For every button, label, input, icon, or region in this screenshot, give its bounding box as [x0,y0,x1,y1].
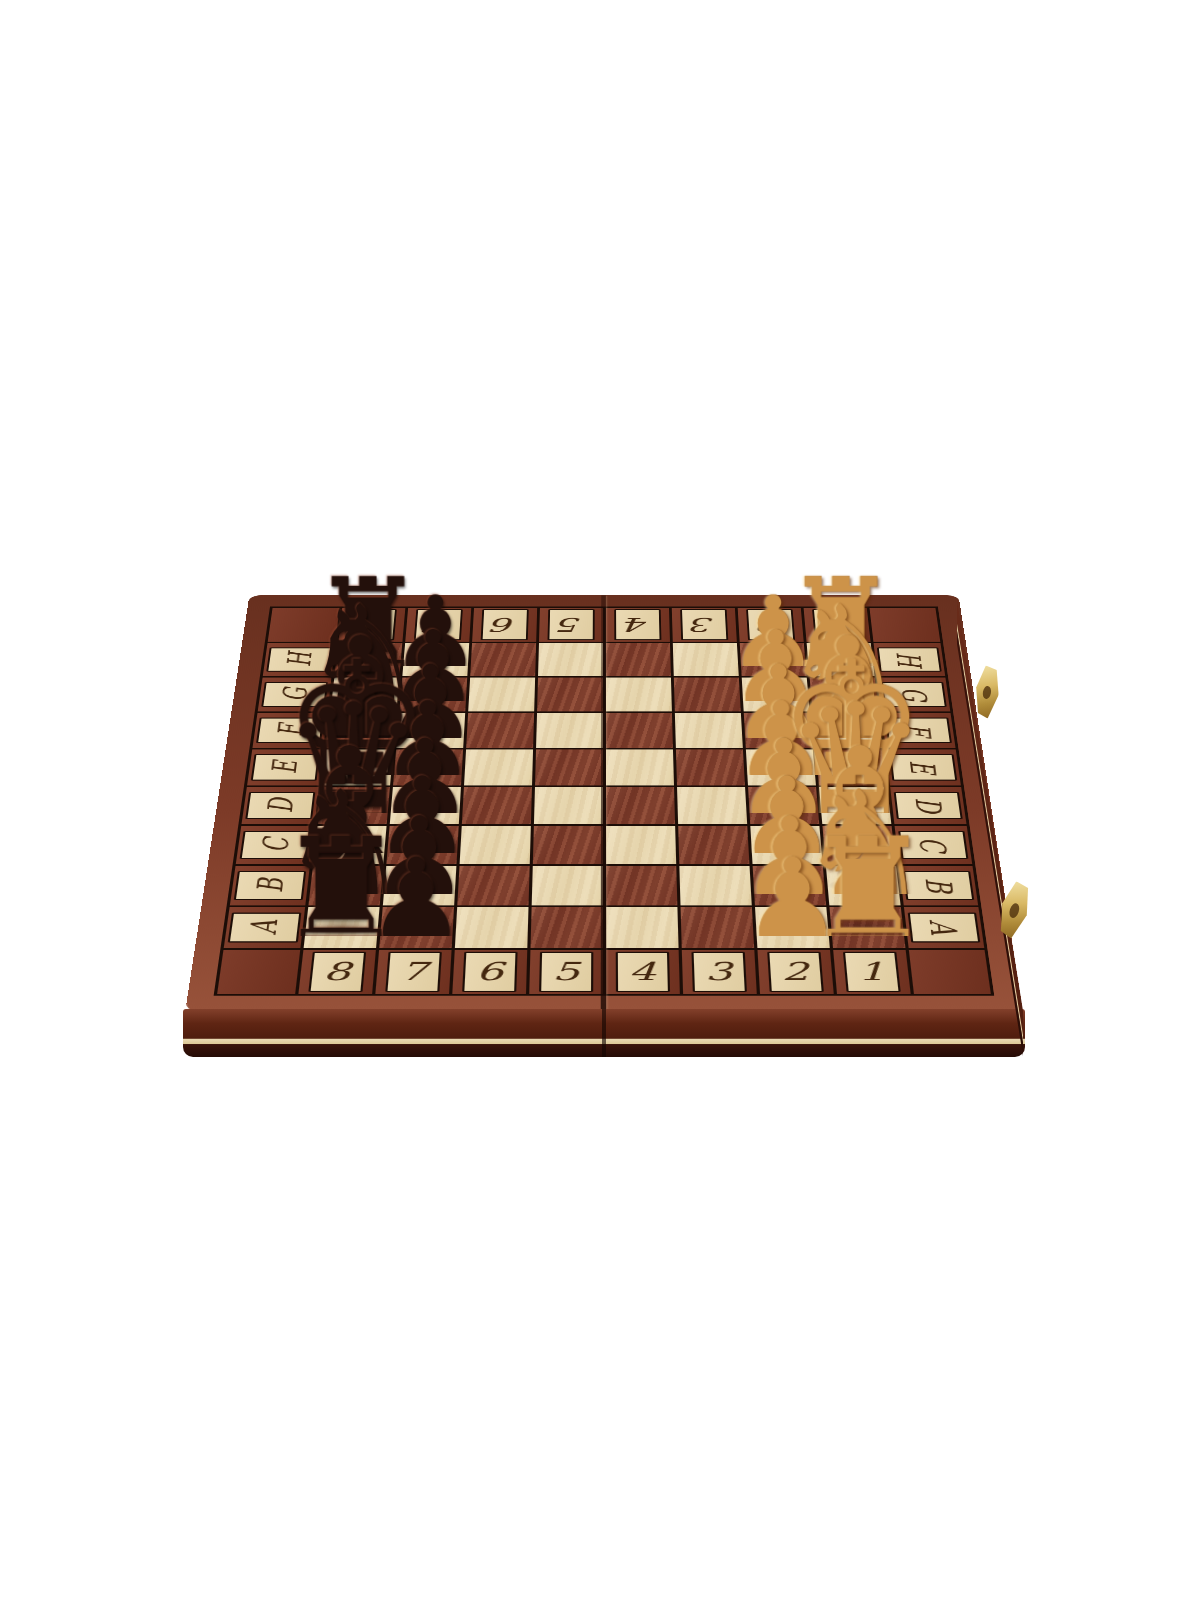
border-cell: D [242,787,319,824]
border-cell: 8 [338,608,405,642]
square-h6 [470,643,536,676]
file-label-glyph: D [262,798,298,813]
file-label-glyph: E [905,761,940,774]
file-label-right-b: B [902,871,974,900]
file-label-left-g: G [261,682,327,707]
square-d2 [748,787,819,824]
border-cell: F [253,713,327,748]
square-d6 [461,787,531,824]
border-cell: F [881,713,955,748]
rank-label-far-1: 1 [812,609,862,640]
square-f4 [605,713,672,748]
brass-clasp-upper [970,664,1005,720]
border-cell: 6 [472,608,537,642]
piece-shadow [808,653,872,666]
border-corner [217,950,300,994]
rank-label-near-1: 1 [842,951,900,992]
border-cell: 7 [405,608,471,642]
square-a3 [680,907,754,948]
border-cell: 8 [298,950,376,994]
square-a6 [454,907,528,948]
square-e6 [464,749,533,785]
square-f5 [536,713,603,748]
border-cell: 1 [833,950,911,994]
square-b5 [531,866,602,906]
border-corner [268,608,339,642]
file-label-right-d: D [893,792,963,819]
rank-label-far-3: 3 [680,609,728,640]
square-b4 [606,866,677,906]
square-e3 [675,749,744,785]
file-label-right-c: C [898,831,969,859]
file-label-glyph: H [892,652,926,666]
rank-label-glyph: 8 [322,959,352,984]
square-d7 [389,787,460,824]
rank-label-near-2: 2 [767,951,824,992]
file-label-right-e: E [889,754,957,780]
border-cell: B [230,866,309,906]
file-label-right-g: G [880,682,946,707]
file-label-glyph: E [267,761,302,774]
file-label-right-h: H [876,647,941,671]
file-label-glyph: D [910,798,946,813]
border-cell: G [877,677,950,711]
rank-label-glyph: 3 [691,615,716,634]
square-c5 [532,826,602,864]
file-label-left-h: H [266,647,331,671]
rank-label-glyph: 7 [399,959,428,984]
square-h4 [605,643,670,676]
square-h5 [538,643,603,676]
border-cell: 5 [539,608,603,642]
border-cell: 3 [681,950,756,994]
square-e4 [605,749,673,785]
piece-shadow [320,798,388,812]
file-label-left-d: D [245,792,315,819]
border-cell: 7 [375,950,451,994]
square-c4 [606,826,676,864]
rank-label-glyph: 3 [704,959,732,984]
border-cell: E [885,749,961,785]
rank-label-glyph: 4 [628,959,656,984]
file-label-left-e: E [251,754,319,780]
file-label-glyph: G [277,687,311,701]
square-g3 [673,677,740,711]
border-cell: B [899,866,978,906]
square-d3 [677,787,747,824]
piece-shadow [391,798,459,812]
square-h3 [672,643,738,676]
box-front-seam [602,1009,606,1057]
border-cell: 3 [671,608,736,642]
piece-shadow [404,653,468,666]
piece-shadow [749,798,817,812]
file-label-glyph: B [920,878,957,893]
rank-label-near-8: 8 [308,951,366,992]
border-cell: H [873,643,945,676]
file-label-glyph: A [925,920,963,935]
border-cell: 6 [452,950,527,994]
border-cell: A [224,907,305,948]
rank-label-glyph: 2 [757,615,782,634]
square-g6 [468,677,535,711]
rank-label-glyph: 6 [492,615,517,634]
border-cell: C [236,826,314,864]
border-cell: 2 [757,950,833,994]
piece-shadow [336,653,400,666]
rank-label-glyph: 6 [475,959,503,984]
rank-label-far-5: 5 [547,609,594,640]
file-label-left-c: C [240,831,311,859]
square-e7 [393,749,463,785]
border-cell: G [258,677,331,711]
rank-label-near-5: 5 [538,951,592,992]
square-d5 [533,787,602,824]
file-label-glyph: C [257,837,294,852]
square-d4 [606,787,675,824]
rank-label-glyph: 5 [552,959,580,984]
border-cell: E [247,749,323,785]
chess-set-scene: 87654321HHGGFFEEDDCCBBAA87654321 ♜♞♝♛♚♝♞… [0,0,1200,1600]
rank-label-far-4: 4 [614,609,661,640]
piece-shadow [741,653,805,666]
rank-label-glyph: 5 [559,615,583,634]
square-a5 [530,907,602,948]
file-label-left-f: F [256,717,323,743]
square-d8 [317,787,389,824]
square-e8 [322,749,393,785]
rank-label-near-7: 7 [385,951,442,992]
square-d1 [819,787,891,824]
square-g4 [605,677,671,711]
border-cell: H [263,643,335,676]
border-cell: A [903,907,984,948]
file-label-left-a: A [228,912,301,942]
fold-seam [601,595,606,1011]
rank-label-glyph: 1 [824,615,850,634]
chess-board: 87654321HHGGFFEEDDCCBBAA87654321 ♜♞♝♛♚♝♞… [185,595,1023,1011]
square-c6 [459,826,530,864]
square-f3 [674,713,742,748]
border-cell: 4 [605,608,669,642]
border-corner [869,608,940,642]
border-corner [908,950,991,994]
file-label-glyph: F [901,724,936,736]
rank-label-far-7: 7 [413,609,462,640]
rank-label-glyph: 1 [856,959,886,984]
square-e2 [745,749,815,785]
file-label-glyph: B [251,878,288,893]
rank-label-glyph: 8 [359,615,385,634]
rank-label-near-4: 4 [615,951,669,992]
border-cell: 5 [529,950,603,994]
rank-label-far-6: 6 [480,609,528,640]
border-cell: 4 [606,950,680,994]
border-cell: 2 [737,608,803,642]
square-a4 [606,907,678,948]
file-label-right-f: F [885,717,952,743]
rank-label-near-3: 3 [691,951,746,992]
file-label-glyph: F [273,724,308,736]
square-e1 [815,749,886,785]
rank-label-glyph: 2 [780,959,809,984]
square-c3 [678,826,749,864]
product-photo: 87654321HHGGFFEEDDCCBBAA87654321 ♜♞♝♛♚♝♞… [0,0,1200,1600]
file-label-glyph: C [915,837,952,852]
file-label-glyph: A [246,920,284,935]
box-front-side [183,1009,1025,1057]
square-b3 [679,866,751,906]
square-g5 [537,677,603,711]
border-cell: C [894,826,972,864]
square-e5 [535,749,603,785]
border-cell: D [890,787,967,824]
rank-label-near-6: 6 [462,951,517,992]
rank-label-glyph: 7 [425,615,450,634]
file-label-glyph: G [896,687,930,701]
rank-label-far-8: 8 [347,609,397,640]
file-label-glyph: H [282,652,316,666]
file-label-left-b: B [234,871,306,900]
piece-shadow [821,798,889,812]
border-cell: 1 [803,608,870,642]
square-b6 [457,866,529,906]
square-f6 [466,713,534,748]
rank-label-far-2: 2 [746,609,795,640]
rank-label-glyph: 4 [625,615,649,634]
file-label-right-a: A [907,912,980,942]
